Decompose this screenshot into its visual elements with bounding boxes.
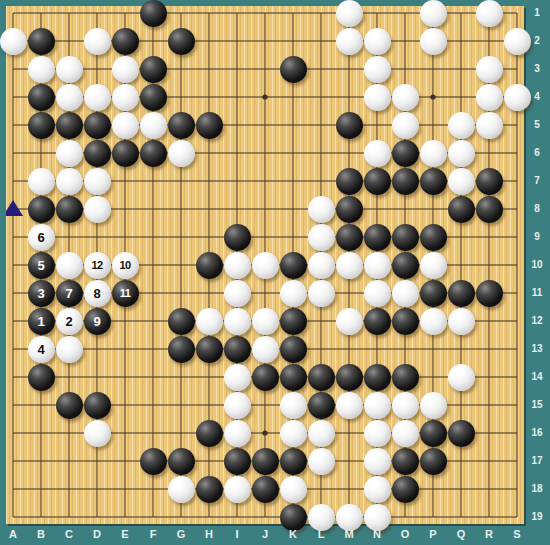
row-label: 16 xyxy=(525,427,549,438)
stone[interactable] xyxy=(168,140,195,167)
column-label: R xyxy=(479,528,499,540)
stone[interactable] xyxy=(448,280,475,307)
column-label: G xyxy=(171,528,191,540)
stone[interactable] xyxy=(392,224,419,251)
stone[interactable] xyxy=(308,392,335,419)
stone[interactable] xyxy=(280,56,307,83)
move-number: 5 xyxy=(37,259,44,272)
stone[interactable] xyxy=(280,336,307,363)
stone[interactable] xyxy=(84,84,111,111)
stone[interactable] xyxy=(28,168,55,195)
stone[interactable] xyxy=(336,504,363,531)
stone[interactable] xyxy=(448,140,475,167)
stone[interactable] xyxy=(56,168,83,195)
stone[interactable] xyxy=(140,84,167,111)
stone[interactable] xyxy=(196,476,223,503)
stone[interactable]: 3 xyxy=(28,280,55,307)
stone[interactable] xyxy=(28,28,55,55)
stone[interactable] xyxy=(168,112,195,139)
stone[interactable] xyxy=(112,112,139,139)
stone[interactable] xyxy=(392,280,419,307)
stone[interactable] xyxy=(56,392,83,419)
stone[interactable] xyxy=(280,308,307,335)
stone[interactable] xyxy=(224,448,251,475)
stone[interactable] xyxy=(364,504,391,531)
stone[interactable] xyxy=(476,84,503,111)
column-label: B xyxy=(31,528,51,540)
stone[interactable] xyxy=(392,364,419,391)
stone[interactable] xyxy=(364,308,391,335)
stone[interactable] xyxy=(420,280,447,307)
stone[interactable]: 8 xyxy=(84,280,111,307)
stone[interactable] xyxy=(364,28,391,55)
stone[interactable] xyxy=(336,28,363,55)
row-label: 3 xyxy=(525,63,549,74)
stone[interactable]: 1 xyxy=(28,308,55,335)
stone[interactable] xyxy=(364,448,391,475)
stone[interactable] xyxy=(364,224,391,251)
stone[interactable] xyxy=(420,28,447,55)
stone[interactable] xyxy=(476,196,503,223)
row-label: 10 xyxy=(525,259,549,270)
stone[interactable] xyxy=(84,140,111,167)
stone[interactable] xyxy=(56,196,83,223)
stone[interactable] xyxy=(280,364,307,391)
stone[interactable] xyxy=(224,420,251,447)
column-label: H xyxy=(199,528,219,540)
row-label: 4 xyxy=(525,91,549,102)
stone[interactable] xyxy=(364,476,391,503)
column-label: K xyxy=(283,528,303,540)
stone[interactable] xyxy=(280,420,307,447)
column-label: S xyxy=(507,528,527,540)
stone[interactable] xyxy=(476,0,503,27)
stone[interactable] xyxy=(420,168,447,195)
stone[interactable] xyxy=(336,168,363,195)
stone[interactable] xyxy=(252,252,279,279)
stone[interactable] xyxy=(140,56,167,83)
row-label: 2 xyxy=(525,35,549,46)
row-label: 1 xyxy=(525,7,549,18)
move-number: 3 xyxy=(37,287,44,300)
stone[interactable] xyxy=(392,252,419,279)
stone[interactable]: 6 xyxy=(28,224,55,251)
row-label: 7 xyxy=(525,175,549,186)
stone[interactable] xyxy=(224,476,251,503)
stone[interactable]: 4 xyxy=(28,336,55,363)
row-label: 14 xyxy=(525,371,549,382)
stone[interactable] xyxy=(336,308,363,335)
stone[interactable] xyxy=(476,168,503,195)
stone[interactable] xyxy=(364,364,391,391)
stone[interactable] xyxy=(168,336,195,363)
stone[interactable] xyxy=(420,308,447,335)
stone[interactable] xyxy=(448,420,475,447)
column-label: J xyxy=(255,528,275,540)
row-label: 13 xyxy=(525,343,549,354)
stone[interactable]: 10 xyxy=(112,252,139,279)
stone[interactable] xyxy=(364,84,391,111)
stone[interactable] xyxy=(364,420,391,447)
stone[interactable] xyxy=(224,364,251,391)
stone[interactable] xyxy=(56,336,83,363)
stone[interactable] xyxy=(56,140,83,167)
stone[interactable] xyxy=(336,196,363,223)
stone[interactable] xyxy=(56,84,83,111)
stone[interactable] xyxy=(364,392,391,419)
stone[interactable] xyxy=(420,392,447,419)
column-label: P xyxy=(423,528,443,540)
column-label: I xyxy=(227,528,247,540)
stone[interactable] xyxy=(308,504,335,531)
stone[interactable] xyxy=(308,196,335,223)
column-label: O xyxy=(395,528,415,540)
column-label: N xyxy=(367,528,387,540)
row-label: 12 xyxy=(525,315,549,326)
stone[interactable] xyxy=(392,112,419,139)
move-number: 12 xyxy=(91,260,102,271)
stone[interactable] xyxy=(252,476,279,503)
stone[interactable] xyxy=(280,280,307,307)
stone[interactable] xyxy=(336,0,363,27)
stone[interactable] xyxy=(224,252,251,279)
stone[interactable] xyxy=(308,364,335,391)
stone[interactable] xyxy=(420,224,447,251)
move-number: 9 xyxy=(93,315,100,328)
row-label: 8 xyxy=(525,203,549,214)
stone[interactable] xyxy=(392,140,419,167)
stone[interactable] xyxy=(364,140,391,167)
stone[interactable] xyxy=(112,28,139,55)
stone[interactable] xyxy=(476,112,503,139)
stone[interactable] xyxy=(84,196,111,223)
stone[interactable] xyxy=(364,280,391,307)
stone[interactable] xyxy=(308,252,335,279)
stone[interactable] xyxy=(392,84,419,111)
goban[interactable]: 537111961210824 xyxy=(6,6,524,524)
stone[interactable] xyxy=(168,28,195,55)
stone[interactable] xyxy=(336,252,363,279)
stone[interactable] xyxy=(448,364,475,391)
stone[interactable]: 11 xyxy=(112,280,139,307)
column-label: M xyxy=(339,528,359,540)
row-label: 9 xyxy=(525,231,549,242)
stone[interactable]: 5 xyxy=(28,252,55,279)
stone[interactable] xyxy=(28,56,55,83)
row-label: 18 xyxy=(525,483,549,494)
stone[interactable] xyxy=(392,420,419,447)
stone[interactable] xyxy=(84,392,111,419)
stone[interactable] xyxy=(364,252,391,279)
stone[interactable] xyxy=(308,448,335,475)
stone[interactable] xyxy=(196,336,223,363)
stone[interactable] xyxy=(112,140,139,167)
stone[interactable] xyxy=(84,168,111,195)
stone[interactable] xyxy=(308,420,335,447)
stone[interactable] xyxy=(364,168,391,195)
stone[interactable]: 9 xyxy=(84,308,111,335)
stone[interactable] xyxy=(252,336,279,363)
stone[interactable] xyxy=(224,392,251,419)
column-label: Q xyxy=(451,528,471,540)
row-label: 15 xyxy=(525,399,549,410)
move-number: 6 xyxy=(37,231,44,244)
move-number: 7 xyxy=(65,287,72,300)
stone[interactable] xyxy=(28,112,55,139)
stone[interactable] xyxy=(252,364,279,391)
stone[interactable] xyxy=(420,0,447,27)
stone[interactable] xyxy=(252,308,279,335)
column-label: F xyxy=(143,528,163,540)
stone[interactable] xyxy=(392,448,419,475)
stone[interactable] xyxy=(28,196,55,223)
stone[interactable] xyxy=(196,308,223,335)
stone[interactable] xyxy=(84,420,111,447)
row-label: 19 xyxy=(525,511,549,522)
stone[interactable] xyxy=(56,252,83,279)
column-label: D xyxy=(87,528,107,540)
stone[interactable] xyxy=(196,112,223,139)
stone[interactable] xyxy=(196,420,223,447)
row-label: 6 xyxy=(525,147,549,158)
stone[interactable] xyxy=(84,112,111,139)
column-label: C xyxy=(59,528,79,540)
stone[interactable] xyxy=(140,112,167,139)
row-label: 11 xyxy=(525,287,549,298)
stone[interactable] xyxy=(448,308,475,335)
move-number: 4 xyxy=(37,343,44,356)
stone[interactable] xyxy=(280,476,307,503)
row-label: 17 xyxy=(525,455,549,466)
stone[interactable]: 12 xyxy=(84,252,111,279)
stone[interactable] xyxy=(224,280,251,307)
stone[interactable]: 2 xyxy=(56,308,83,335)
stone[interactable] xyxy=(28,84,55,111)
stone[interactable] xyxy=(392,168,419,195)
stone[interactable] xyxy=(112,84,139,111)
stone[interactable] xyxy=(252,448,279,475)
stone[interactable] xyxy=(56,112,83,139)
stones-layer: 537111961210824 xyxy=(6,6,524,524)
stone[interactable] xyxy=(336,112,363,139)
column-label: A xyxy=(3,528,23,540)
stone[interactable] xyxy=(280,504,307,531)
move-number: 1 xyxy=(37,315,44,328)
stone[interactable] xyxy=(364,56,391,83)
stone[interactable] xyxy=(336,224,363,251)
stone[interactable] xyxy=(476,56,503,83)
stone[interactable] xyxy=(448,112,475,139)
stone[interactable] xyxy=(392,392,419,419)
column-label: E xyxy=(115,528,135,540)
stone[interactable] xyxy=(420,252,447,279)
stone[interactable]: 7 xyxy=(56,280,83,307)
stone[interactable] xyxy=(420,448,447,475)
stone[interactable] xyxy=(280,392,307,419)
stone[interactable] xyxy=(448,168,475,195)
stone[interactable] xyxy=(56,56,83,83)
stone[interactable] xyxy=(420,420,447,447)
stone[interactable] xyxy=(168,476,195,503)
move-number: 10 xyxy=(119,260,130,271)
stone[interactable] xyxy=(84,28,111,55)
go-board-app: 537111961210824 ABCDEFGHIJKLMNOPQRS 1234… xyxy=(0,0,550,545)
stone[interactable] xyxy=(392,308,419,335)
stone[interactable] xyxy=(308,280,335,307)
column-label: L xyxy=(311,528,331,540)
stone[interactable] xyxy=(336,364,363,391)
stone[interactable] xyxy=(476,280,503,307)
stone[interactable] xyxy=(224,224,251,251)
move-number: 2 xyxy=(65,315,72,328)
stone[interactable] xyxy=(448,196,475,223)
stone[interactable] xyxy=(280,448,307,475)
stone[interactable] xyxy=(336,392,363,419)
stone[interactable] xyxy=(0,28,27,55)
move-number: 8 xyxy=(93,287,100,300)
stone[interactable] xyxy=(224,336,251,363)
stone[interactable] xyxy=(140,448,167,475)
stone[interactable] xyxy=(420,140,447,167)
stone[interactable] xyxy=(168,448,195,475)
stone[interactable] xyxy=(112,56,139,83)
stone[interactable] xyxy=(392,476,419,503)
move-number: 11 xyxy=(120,288,131,299)
row-label: 5 xyxy=(525,119,549,130)
stone[interactable] xyxy=(224,308,251,335)
stone[interactable] xyxy=(308,224,335,251)
stone[interactable] xyxy=(140,0,167,27)
stone[interactable] xyxy=(168,308,195,335)
stone[interactable] xyxy=(280,252,307,279)
stone[interactable] xyxy=(28,364,55,391)
stone[interactable] xyxy=(140,140,167,167)
stone[interactable] xyxy=(196,252,223,279)
